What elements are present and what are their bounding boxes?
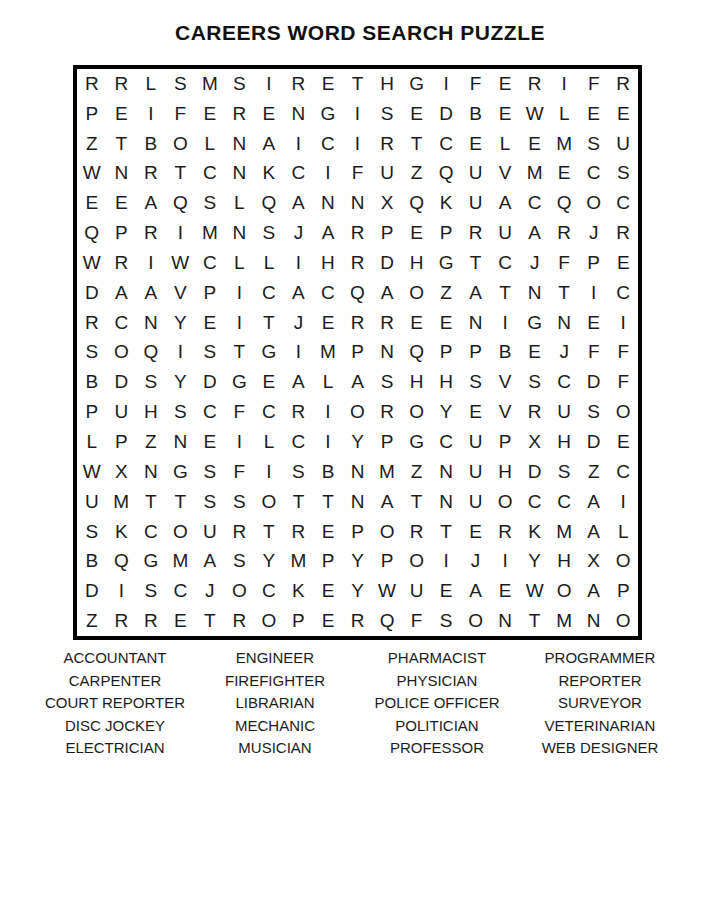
- word-list-column: ACCOUNTANTCARPENTERCOURT REPORTERDISC JO…: [25, 647, 205, 760]
- grid-cell: E: [549, 159, 579, 189]
- grid-cell: R: [225, 517, 255, 547]
- grid-cell: K: [431, 188, 461, 218]
- grid-cell: L: [490, 129, 520, 159]
- grid-cell: S: [372, 99, 402, 129]
- grid-cell: A: [579, 487, 609, 517]
- grid-cell: H: [431, 367, 461, 397]
- word-item: SURVEYOR: [529, 692, 671, 715]
- grid-cell: X: [107, 457, 137, 487]
- grid-cell: I: [225, 427, 255, 457]
- grid-cell: A: [372, 278, 402, 308]
- grid-cell: P: [461, 338, 491, 368]
- grid-cell: M: [284, 546, 314, 576]
- grid-cell: N: [461, 308, 491, 338]
- grid-cell: N: [431, 487, 461, 517]
- grid-cell: R: [608, 218, 638, 248]
- grid-cell: N: [520, 278, 550, 308]
- grid-cell: O: [166, 129, 196, 159]
- grid-cell: R: [136, 606, 166, 636]
- grid-cell: I: [136, 99, 166, 129]
- grid-cell: S: [225, 546, 255, 576]
- grid-cell: G: [402, 427, 432, 457]
- grid-cell: E: [608, 99, 638, 129]
- grid-cell: P: [107, 427, 137, 457]
- grid-cell: R: [284, 517, 314, 547]
- grid-cell: I: [284, 129, 314, 159]
- grid-cell: S: [225, 487, 255, 517]
- grid-cell: W: [520, 576, 550, 606]
- grid-cell: I: [343, 129, 373, 159]
- grid-cell: E: [608, 427, 638, 457]
- grid-cell: L: [254, 427, 284, 457]
- grid-cell: E: [254, 99, 284, 129]
- word-list-column: PROGRAMMERREPORTERSURVEYORVETERINARIANWE…: [529, 647, 671, 760]
- grid-cell: S: [579, 397, 609, 427]
- word-list: ACCOUNTANTCARPENTERCOURT REPORTERDISC JO…: [25, 647, 671, 760]
- grid-cell: T: [166, 487, 196, 517]
- grid-cell: W: [77, 248, 107, 278]
- grid-cell: Q: [402, 188, 432, 218]
- grid-cell: A: [461, 576, 491, 606]
- grid-cell: O: [107, 338, 137, 368]
- grid-cell: P: [431, 218, 461, 248]
- grid-cell: C: [254, 397, 284, 427]
- grid-cell: H: [402, 248, 432, 278]
- grid-cell: S: [195, 487, 225, 517]
- grid-cell: I: [608, 308, 638, 338]
- grid-cell: G: [520, 308, 550, 338]
- grid-cell: Z: [579, 457, 609, 487]
- grid-cell: E: [313, 517, 343, 547]
- grid-cell: S: [195, 188, 225, 218]
- grid-cell: N: [225, 159, 255, 189]
- grid-cell: A: [490, 188, 520, 218]
- grid-cell: A: [284, 367, 314, 397]
- grid-cell: A: [195, 546, 225, 576]
- word-item: PHYSICIAN: [345, 670, 529, 693]
- grid-cell: O: [608, 546, 638, 576]
- grid-cell: Y: [166, 308, 196, 338]
- grid-cell: T: [107, 129, 137, 159]
- grid-cell: H: [372, 69, 402, 99]
- grid-cell: G: [313, 99, 343, 129]
- grid-cell: F: [225, 397, 255, 427]
- grid-cell: I: [107, 576, 137, 606]
- grid-cell: N: [343, 188, 373, 218]
- grid-cell: T: [520, 606, 550, 636]
- grid-cell: N: [136, 457, 166, 487]
- grid-cell: S: [549, 457, 579, 487]
- grid-cell: Q: [372, 606, 402, 636]
- grid-cell: U: [77, 487, 107, 517]
- word-item: PROGRAMMER: [529, 647, 671, 670]
- grid-cell: H: [402, 367, 432, 397]
- grid-cell: C: [166, 576, 196, 606]
- grid-cell: B: [77, 367, 107, 397]
- grid-cell: C: [579, 159, 609, 189]
- page-title: CAREERS WORD SEARCH PUZZLE: [0, 21, 720, 45]
- grid-cell: E: [490, 69, 520, 99]
- grid-cell: I: [254, 69, 284, 99]
- grid-cell: R: [549, 218, 579, 248]
- grid-cell: C: [520, 188, 550, 218]
- grid-cell: P: [343, 517, 373, 547]
- word-item: PROFESSOR: [345, 737, 529, 760]
- grid-cell: J: [549, 338, 579, 368]
- grid-cell: Y: [343, 427, 373, 457]
- grid-cell: W: [77, 159, 107, 189]
- grid-cell: O: [254, 487, 284, 517]
- grid-cell: L: [549, 99, 579, 129]
- grid-cell: Y: [166, 367, 196, 397]
- grid-cell: S: [579, 129, 609, 159]
- grid-cell: E: [402, 99, 432, 129]
- grid-cell: T: [166, 159, 196, 189]
- grid-cell: O: [225, 576, 255, 606]
- grid-cell: F: [461, 69, 491, 99]
- grid-cell: C: [608, 457, 638, 487]
- grid-cell: H: [313, 248, 343, 278]
- grid-cell: U: [490, 218, 520, 248]
- grid-cell: R: [372, 397, 402, 427]
- grid-cell: A: [136, 278, 166, 308]
- grid-cell: O: [254, 606, 284, 636]
- grid-cell: R: [107, 606, 137, 636]
- grid-cell: C: [313, 278, 343, 308]
- grid-cell: N: [225, 129, 255, 159]
- grid-cell: M: [372, 457, 402, 487]
- grid-cell: A: [343, 367, 373, 397]
- grid-cell: I: [579, 278, 609, 308]
- grid-cell: O: [372, 517, 402, 547]
- grid-cell: U: [461, 188, 491, 218]
- grid-cell: Z: [77, 129, 107, 159]
- grid-cell: X: [372, 188, 402, 218]
- grid-cell: N: [431, 457, 461, 487]
- grid-cell: C: [195, 159, 225, 189]
- word-item: REPORTER: [529, 670, 671, 693]
- grid-cell: E: [77, 188, 107, 218]
- grid-cell: C: [284, 427, 314, 457]
- word-item: LIBRARIAN: [205, 692, 345, 715]
- grid-cell: E: [166, 606, 196, 636]
- grid-cell: I: [225, 308, 255, 338]
- grid-cell: L: [225, 248, 255, 278]
- grid-cell: I: [431, 69, 461, 99]
- grid-cell: W: [166, 248, 196, 278]
- grid-cell: R: [136, 159, 166, 189]
- word-item: VETERINARIAN: [529, 715, 671, 738]
- grid-cell: R: [136, 218, 166, 248]
- grid-cell: P: [431, 338, 461, 368]
- grid-cell: C: [608, 188, 638, 218]
- grid-cell: E: [431, 576, 461, 606]
- grid-cell: K: [284, 576, 314, 606]
- grid-cell: F: [166, 99, 196, 129]
- grid-cell: T: [343, 69, 373, 99]
- grid-cell: T: [284, 487, 314, 517]
- grid-cell: G: [225, 367, 255, 397]
- grid-cell: G: [431, 248, 461, 278]
- grid-cell: P: [372, 546, 402, 576]
- grid-cell: U: [549, 397, 579, 427]
- grid-cell: T: [225, 338, 255, 368]
- grid-cell: C: [549, 487, 579, 517]
- grid-cell: Q: [402, 338, 432, 368]
- grid-cell: S: [136, 367, 166, 397]
- grid-cell: U: [402, 576, 432, 606]
- grid-cell: Q: [136, 338, 166, 368]
- grid-cell: F: [343, 159, 373, 189]
- grid-cell: T: [254, 517, 284, 547]
- grid-cell: G: [254, 338, 284, 368]
- grid-cell: P: [77, 397, 107, 427]
- grid-cell: S: [225, 69, 255, 99]
- grid-cell: P: [490, 427, 520, 457]
- grid-cell: A: [284, 188, 314, 218]
- grid-cell: E: [254, 367, 284, 397]
- grid-cell: I: [166, 338, 196, 368]
- grid-cell: O: [461, 606, 491, 636]
- grid-cell: B: [77, 546, 107, 576]
- grid-cell: E: [402, 308, 432, 338]
- grid-cell: Z: [402, 457, 432, 487]
- grid-cell: F: [608, 367, 638, 397]
- grid-cell: H: [136, 397, 166, 427]
- grid-cell: N: [490, 606, 520, 636]
- grid-cell: C: [431, 427, 461, 457]
- grid-cell: J: [284, 308, 314, 338]
- grid-cell: I: [490, 308, 520, 338]
- grid-cell: F: [579, 338, 609, 368]
- grid-cell: S: [77, 517, 107, 547]
- grid-cell: G: [402, 69, 432, 99]
- grid-cell: F: [402, 606, 432, 636]
- grid-cell: E: [195, 308, 225, 338]
- grid-cell: I: [490, 546, 520, 576]
- grid-cell: I: [284, 338, 314, 368]
- grid-cell: C: [195, 397, 225, 427]
- grid-cell: Y: [343, 546, 373, 576]
- grid-cell: P: [77, 99, 107, 129]
- grid-cell: C: [254, 576, 284, 606]
- grid-cell: R: [343, 606, 373, 636]
- grid-cell: E: [579, 308, 609, 338]
- grid-cell: R: [77, 69, 107, 99]
- grid-cell: S: [431, 606, 461, 636]
- grid-cell: U: [372, 159, 402, 189]
- grid-cell: A: [461, 278, 491, 308]
- grid-cell: R: [225, 99, 255, 129]
- word-item: POLITICIAN: [345, 715, 529, 738]
- grid-cell: C: [107, 308, 137, 338]
- grid-cell: I: [166, 218, 196, 248]
- grid-cell: I: [549, 69, 579, 99]
- grid-cell: Q: [431, 159, 461, 189]
- grid-cell: P: [313, 546, 343, 576]
- grid-cell: A: [520, 218, 550, 248]
- grid-cell: N: [343, 457, 373, 487]
- grid-cell: A: [136, 188, 166, 218]
- grid-cell: C: [313, 129, 343, 159]
- grid-cell: H: [549, 427, 579, 457]
- grid-cell: F: [225, 457, 255, 487]
- grid-cell: L: [195, 129, 225, 159]
- grid-cell: I: [608, 487, 638, 517]
- word-item: FIREFIGHTER: [205, 670, 345, 693]
- grid-cell: U: [461, 457, 491, 487]
- grid-cell: P: [372, 427, 402, 457]
- grid-cell: N: [343, 487, 373, 517]
- grid-cell: I: [254, 457, 284, 487]
- grid-cell: N: [549, 308, 579, 338]
- grid-cell: Y: [254, 546, 284, 576]
- word-item: CARPENTER: [25, 670, 205, 693]
- grid-cell: H: [490, 457, 520, 487]
- grid-cell: B: [461, 99, 491, 129]
- grid-cell: E: [520, 338, 550, 368]
- grid-cell: V: [490, 397, 520, 427]
- grid-cell: E: [313, 606, 343, 636]
- grid-cell: R: [520, 397, 550, 427]
- grid-cell: G: [136, 546, 166, 576]
- word-item: ENGINEER: [205, 647, 345, 670]
- grid-cell: C: [608, 278, 638, 308]
- grid-cell: O: [166, 517, 196, 547]
- grid-cell: R: [372, 308, 402, 338]
- grid-cell: R: [520, 69, 550, 99]
- grid-cell: L: [608, 517, 638, 547]
- grid-cell: N: [284, 99, 314, 129]
- grid-cell: V: [490, 159, 520, 189]
- grid-cell: R: [225, 606, 255, 636]
- grid-cell: J: [520, 248, 550, 278]
- grid-cell: S: [77, 338, 107, 368]
- grid-cell: J: [461, 546, 491, 576]
- grid-cell: D: [195, 367, 225, 397]
- grid-cell: R: [372, 129, 402, 159]
- grid-cell: R: [402, 517, 432, 547]
- grid-cell: S: [372, 367, 402, 397]
- grid-cell: T: [195, 606, 225, 636]
- grid-cell: R: [461, 218, 491, 248]
- grid-cell: T: [136, 487, 166, 517]
- grid-cell: T: [402, 487, 432, 517]
- grid-cell: N: [107, 159, 137, 189]
- grid-cell: S: [166, 397, 196, 427]
- grid-cell: E: [520, 129, 550, 159]
- grid-cell: U: [195, 517, 225, 547]
- word-item: ELECTRICIAN: [25, 737, 205, 760]
- word-item: DISC JOCKEY: [25, 715, 205, 738]
- grid-cell: R: [77, 308, 107, 338]
- grid-cell: E: [107, 99, 137, 129]
- grid-cell: J: [195, 576, 225, 606]
- grid-cell: C: [195, 248, 225, 278]
- grid-cell: E: [313, 308, 343, 338]
- grid-cell: F: [579, 69, 609, 99]
- grid-cell: E: [313, 576, 343, 606]
- grid-cell: W: [77, 457, 107, 487]
- grid-cell: R: [107, 69, 137, 99]
- grid-cell: M: [549, 606, 579, 636]
- grid-cell: T: [313, 487, 343, 517]
- grid-cell: E: [579, 99, 609, 129]
- grid-cell: L: [77, 427, 107, 457]
- grid-cell: I: [343, 99, 373, 129]
- grid-cell: S: [166, 69, 196, 99]
- grid-cell: R: [608, 69, 638, 99]
- grid-cell: L: [313, 367, 343, 397]
- grid-cell: B: [313, 457, 343, 487]
- grid-cell: T: [431, 517, 461, 547]
- grid-cell: D: [579, 367, 609, 397]
- grid-cell: E: [313, 69, 343, 99]
- grid-cell: O: [608, 606, 638, 636]
- grid-cell: D: [77, 278, 107, 308]
- grid-cell: O: [402, 397, 432, 427]
- grid-cell: P: [195, 278, 225, 308]
- grid-cell: N: [313, 188, 343, 218]
- grid-cell: U: [461, 159, 491, 189]
- grid-cell: Z: [402, 159, 432, 189]
- grid-cell: G: [166, 457, 196, 487]
- grid-cell: J: [579, 218, 609, 248]
- grid-cell: R: [343, 218, 373, 248]
- grid-cell: X: [520, 427, 550, 457]
- grid-cell: S: [195, 338, 225, 368]
- word-item: COURT REPORTER: [25, 692, 205, 715]
- grid-cell: S: [608, 159, 638, 189]
- grid-cell: U: [608, 129, 638, 159]
- grid-cell: U: [461, 487, 491, 517]
- grid-cell: I: [431, 546, 461, 576]
- grid-cell: B: [136, 129, 166, 159]
- grid-cell: R: [284, 397, 314, 427]
- grid-cell: O: [549, 576, 579, 606]
- grid-cell: R: [490, 517, 520, 547]
- grid-cell: T: [549, 278, 579, 308]
- grid-cell: Z: [431, 278, 461, 308]
- grid-cell: N: [166, 427, 196, 457]
- grid-cell: B: [490, 338, 520, 368]
- grid-cell: C: [549, 367, 579, 397]
- grid-cell: I: [313, 427, 343, 457]
- grid-cell: S: [461, 367, 491, 397]
- grid-cell: W: [520, 99, 550, 129]
- grid-cell: V: [166, 278, 196, 308]
- word-item: MUSICIAN: [205, 737, 345, 760]
- grid-cell: P: [343, 338, 373, 368]
- grid-cell: R: [343, 248, 373, 278]
- grid-cell: Q: [254, 188, 284, 218]
- grid-cell: N: [579, 606, 609, 636]
- grid-cell: Q: [77, 218, 107, 248]
- grid-cell: M: [549, 129, 579, 159]
- word-list-column: ENGINEERFIREFIGHTERLIBRARIANMECHANICMUSI…: [205, 647, 345, 760]
- grid-cell: O: [579, 188, 609, 218]
- grid-cell: E: [402, 218, 432, 248]
- grid-cell: Q: [343, 278, 373, 308]
- grid-cell: T: [254, 308, 284, 338]
- grid-cell: Q: [166, 188, 196, 218]
- grid-cell: D: [579, 427, 609, 457]
- grid-cell: O: [402, 278, 432, 308]
- grid-cell: I: [313, 397, 343, 427]
- grid-cell: J: [284, 218, 314, 248]
- grid-cell: L: [225, 188, 255, 218]
- grid-cell: D: [431, 99, 461, 129]
